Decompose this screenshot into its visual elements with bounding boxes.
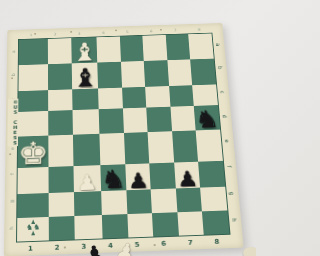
square[interactable] xyxy=(188,33,214,59)
square[interactable] xyxy=(102,214,129,239)
coordinate-label: 6 xyxy=(139,28,163,33)
square[interactable]: ♝ xyxy=(71,63,98,90)
square[interactable] xyxy=(151,189,177,213)
fallen-white-pawn[interactable]: ♟ xyxy=(114,239,138,256)
square[interactable] xyxy=(192,84,218,106)
square[interactable] xyxy=(147,107,172,132)
coordinate-label: 5 xyxy=(115,29,139,34)
square[interactable]: ♞ xyxy=(101,165,127,192)
square[interactable]: ♝ xyxy=(71,37,98,63)
square[interactable]: ♟ xyxy=(126,164,152,191)
square[interactable] xyxy=(124,132,150,164)
square[interactable] xyxy=(121,61,145,88)
black-bishop-piece[interactable]: ♝ xyxy=(71,61,99,91)
coordinate-label: 1 xyxy=(19,32,43,37)
square[interactable] xyxy=(72,109,100,135)
square[interactable] xyxy=(172,131,198,163)
coordinate-label: 6 xyxy=(150,239,177,248)
square[interactable] xyxy=(18,64,48,91)
square[interactable] xyxy=(99,109,124,134)
square[interactable] xyxy=(18,111,49,137)
coordinate-label: 7 xyxy=(163,28,187,33)
square[interactable] xyxy=(19,39,49,65)
square[interactable] xyxy=(48,89,72,111)
square[interactable] xyxy=(97,62,122,89)
square[interactable] xyxy=(17,193,49,217)
square[interactable] xyxy=(128,213,154,238)
square[interactable] xyxy=(176,188,202,212)
square[interactable] xyxy=(48,110,72,135)
square[interactable] xyxy=(202,210,230,235)
square[interactable] xyxy=(123,108,148,133)
board-squares: ♝♝♞♚♟♞♟♟♟♞♞♟ xyxy=(17,33,229,241)
square[interactable] xyxy=(190,59,216,86)
coordinate-label: 2 xyxy=(43,32,67,37)
square[interactable] xyxy=(167,59,192,86)
black-knight-piece[interactable]: ♞ xyxy=(100,165,126,194)
square[interactable] xyxy=(177,211,204,236)
square[interactable] xyxy=(49,135,73,167)
black-knight-piece[interactable]: ♞ xyxy=(195,105,221,133)
board-corner-highlight xyxy=(243,247,256,256)
square[interactable] xyxy=(73,191,102,215)
square[interactable] xyxy=(146,86,171,108)
square[interactable] xyxy=(100,133,126,165)
square[interactable] xyxy=(49,216,74,241)
white-king-piece[interactable]: ♚ xyxy=(17,135,49,170)
fallen-black-pawn[interactable]: ♟ xyxy=(82,242,107,256)
square[interactable] xyxy=(72,88,99,110)
square[interactable]: ♟ xyxy=(73,165,101,192)
square[interactable]: ♟♞♞♟ xyxy=(17,217,49,242)
square[interactable] xyxy=(48,38,71,64)
white-bishop-piece[interactable]: ♝ xyxy=(70,36,97,66)
square[interactable] xyxy=(169,85,194,107)
square[interactable] xyxy=(166,34,191,60)
square[interactable] xyxy=(170,106,195,131)
square[interactable] xyxy=(196,130,223,162)
square[interactable]: ♚ xyxy=(18,136,49,169)
coordinate-label: 8 xyxy=(187,27,211,32)
us-chess-brand-text: ©US CHESS xyxy=(7,99,18,147)
us-chess-emblem-icon: ♟♞♞♟ xyxy=(24,219,42,238)
coordinate-label: 1 xyxy=(17,244,44,253)
photo-of-chessboard: { "game": "chess", "scene": "Overhead ph… xyxy=(0,0,256,256)
square[interactable] xyxy=(144,60,169,87)
square[interactable] xyxy=(98,88,123,110)
square[interactable] xyxy=(200,187,227,211)
chess-board: 12345678 12345678 abcdefgh abcdefgh ©US … xyxy=(4,23,244,256)
square[interactable] xyxy=(101,191,127,215)
square[interactable] xyxy=(97,36,121,62)
square[interactable] xyxy=(18,90,48,112)
square[interactable] xyxy=(143,35,167,61)
square[interactable] xyxy=(122,87,146,109)
coordinate-label: 8 xyxy=(203,237,230,246)
coordinate-label: 7 xyxy=(177,238,204,247)
square[interactable] xyxy=(148,132,174,164)
square[interactable] xyxy=(74,215,103,240)
coordinate-label: 4 xyxy=(91,30,115,35)
square[interactable] xyxy=(198,161,225,188)
board-border: 12345678 12345678 abcdefgh abcdefgh ©US … xyxy=(4,23,244,256)
square[interactable] xyxy=(120,36,144,62)
square[interactable]: ♟ xyxy=(174,162,200,189)
square[interactable]: ♞ xyxy=(194,105,220,130)
square[interactable] xyxy=(17,167,48,194)
square[interactable] xyxy=(49,166,74,193)
square[interactable] xyxy=(48,63,72,90)
coordinate-label: 3 xyxy=(67,31,91,36)
square[interactable] xyxy=(150,163,176,190)
square[interactable] xyxy=(152,212,178,237)
square[interactable] xyxy=(127,190,153,214)
square[interactable] xyxy=(49,192,74,216)
square[interactable] xyxy=(72,134,100,166)
coordinate-label: 2 xyxy=(44,243,71,252)
